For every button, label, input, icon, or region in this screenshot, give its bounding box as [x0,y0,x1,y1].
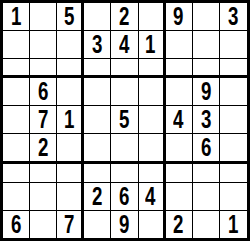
sudoku-cell[interactable]: 7 [57,211,84,238]
sudoku-cell[interactable] [193,31,220,59]
given-digit: 9 [119,211,129,238]
given-digit: 6 [38,78,48,105]
sudoku-cell[interactable]: 4 [166,106,193,134]
given-digit: 3 [92,31,102,58]
sudoku-cell[interactable] [220,134,247,164]
given-digit: 1 [228,211,238,238]
given-digit: 1 [11,3,21,30]
sudoku-cell[interactable] [57,134,84,164]
sudoku-cell[interactable] [3,59,30,78]
sudoku-cell[interactable]: 3 [193,106,220,134]
sudoku-cell[interactable]: 5 [111,106,138,134]
sudoku-cell[interactable] [3,183,30,211]
sudoku-cell[interactable] [30,31,57,59]
sudoku-cell[interactable]: 7 [30,106,57,134]
sudoku-cell[interactable]: 1 [139,31,166,59]
sudoku-cell[interactable] [30,164,57,183]
given-digit: 2 [119,3,129,30]
sudoku-cell[interactable] [220,183,247,211]
sudoku-cell[interactable] [84,134,111,164]
sudoku-cell[interactable] [3,31,30,59]
sudoku-cell[interactable] [166,59,193,78]
sudoku-cell[interactable] [84,106,111,134]
sudoku-cell[interactable] [193,3,220,31]
sudoku-cell[interactable] [166,78,193,106]
sudoku-cell[interactable]: 3 [84,31,111,59]
given-digit: 4 [173,106,183,133]
sudoku-cell[interactable] [30,183,57,211]
sudoku-cell[interactable]: 2 [30,134,57,164]
sudoku-cell[interactable] [220,59,247,78]
sudoku-cell[interactable] [3,164,30,183]
sudoku-cell[interactable] [57,59,84,78]
given-digit: 7 [38,106,48,133]
sudoku-cell[interactable]: 2 [111,3,138,31]
given-digit: 2 [173,211,183,238]
sudoku-cell[interactable]: 3 [220,3,247,31]
sudoku-cell[interactable]: 2 [84,183,111,211]
sudoku-cell[interactable] [3,134,30,164]
sudoku-cell[interactable]: 1 [57,106,84,134]
sudoku-cell[interactable] [3,106,30,134]
sudoku-cell[interactable]: 6 [3,211,30,238]
sudoku-cell[interactable] [220,106,247,134]
given-digit: 9 [173,3,183,30]
given-digit: 5 [64,3,74,30]
given-digit: 6 [119,183,129,210]
given-digit: 7 [64,211,74,238]
sudoku-board: 1529334169715432626467921 [0,0,250,241]
sudoku-cell[interactable]: 2 [166,211,193,238]
sudoku-cell[interactable]: 9 [193,78,220,106]
sudoku-cell[interactable]: 6 [111,183,138,211]
sudoku-cell[interactable] [111,59,138,78]
sudoku-cell[interactable] [30,211,57,238]
sudoku-cell[interactable] [220,78,247,106]
sudoku-cell[interactable]: 5 [57,3,84,31]
given-digit: 6 [201,134,211,161]
given-digit: 2 [38,134,48,161]
sudoku-cell[interactable] [139,3,166,31]
sudoku-cell[interactable] [193,164,220,183]
given-digit: 2 [92,183,102,210]
sudoku-cell[interactable]: 1 [3,3,30,31]
sudoku-cell[interactable] [220,31,247,59]
sudoku-cell[interactable] [57,78,84,106]
given-digit: 4 [119,31,129,58]
given-digit: 6 [11,211,21,238]
given-digit: 5 [119,106,129,133]
sudoku-cell[interactable] [3,78,30,106]
sudoku-cell[interactable] [139,134,166,164]
sudoku-cell[interactable] [84,211,111,238]
sudoku-cell[interactable]: 9 [111,211,138,238]
sudoku-cell[interactable] [30,3,57,31]
sudoku-cell[interactable] [166,134,193,164]
sudoku-cell[interactable] [57,164,84,183]
sudoku-cell[interactable] [57,31,84,59]
sudoku-cell[interactable] [193,211,220,238]
sudoku-cell[interactable] [139,106,166,134]
given-digit: 3 [201,106,211,133]
sudoku-cell[interactable] [166,183,193,211]
sudoku-cell[interactable]: 6 [193,134,220,164]
given-digit: 1 [145,31,155,58]
sudoku-cell[interactable] [139,78,166,106]
sudoku-cell[interactable] [111,134,138,164]
sudoku-cell[interactable]: 9 [166,3,193,31]
sudoku-cell[interactable] [139,59,166,78]
sudoku-cell[interactable] [139,211,166,238]
sudoku-cell[interactable] [84,59,111,78]
sudoku-cell[interactable]: 4 [139,183,166,211]
sudoku-cell[interactable] [111,78,138,106]
sudoku-cell[interactable] [193,183,220,211]
given-digit: 9 [201,78,211,105]
sudoku-cell[interactable]: 6 [30,78,57,106]
sudoku-cell[interactable] [166,164,193,183]
sudoku-cell[interactable] [84,3,111,31]
given-digit: 1 [64,106,74,133]
sudoku-cell[interactable]: 4 [111,31,138,59]
given-digit: 4 [145,183,155,210]
sudoku-cell[interactable] [220,164,247,183]
sudoku-cell[interactable] [84,78,111,106]
sudoku-cell[interactable]: 1 [220,211,247,238]
given-digit: 3 [228,3,238,30]
sudoku-cell[interactable] [166,31,193,59]
sudoku-cell[interactable] [57,183,84,211]
